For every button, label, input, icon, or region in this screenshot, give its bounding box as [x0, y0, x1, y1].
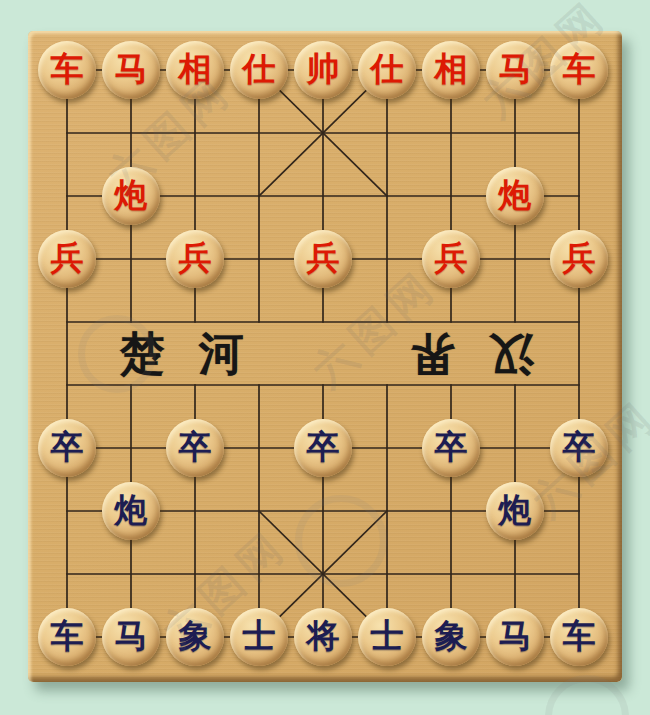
piece-red-soldier[interactable]: 兵	[550, 230, 608, 288]
piece-glyph: 马	[499, 620, 532, 653]
piece-glyph: 卒	[51, 431, 84, 464]
piece-glyph: 兵	[563, 242, 596, 275]
piece-glyph: 相	[179, 53, 212, 86]
piece-glyph: 卒	[435, 431, 468, 464]
piece-glyph: 士	[371, 620, 404, 653]
piece-black-soldier[interactable]: 卒	[38, 419, 96, 477]
piece-black-horse[interactable]: 马	[102, 608, 160, 666]
piece-red-horse[interactable]: 马	[486, 41, 544, 99]
xiangqi-board: 楚河 汉界 车马相仕帅仕相马车炮炮兵兵兵兵兵卒卒卒卒卒炮炮车马象士将士象马车	[28, 31, 622, 682]
piece-black-soldier[interactable]: 卒	[422, 419, 480, 477]
piece-black-soldier[interactable]: 卒	[166, 419, 224, 477]
piece-glyph: 马	[499, 53, 532, 86]
piece-black-advisor[interactable]: 士	[358, 608, 416, 666]
piece-black-advisor[interactable]: 士	[230, 608, 288, 666]
piece-glyph: 车	[563, 620, 596, 653]
piece-glyph: 象	[179, 620, 212, 653]
piece-glyph: 炮	[115, 494, 148, 527]
piece-black-soldier[interactable]: 卒	[294, 419, 352, 477]
piece-black-cannon[interactable]: 炮	[486, 482, 544, 540]
piece-red-soldier[interactable]: 兵	[38, 230, 96, 288]
piece-black-chariot[interactable]: 车	[550, 608, 608, 666]
piece-red-soldier[interactable]: 兵	[294, 230, 352, 288]
piece-glyph: 兵	[307, 242, 340, 275]
piece-red-cannon[interactable]: 炮	[102, 167, 160, 225]
piece-glyph: 仕	[243, 53, 276, 86]
piece-red-elephant[interactable]: 相	[422, 41, 480, 99]
piece-glyph: 兵	[435, 242, 468, 275]
piece-red-chariot[interactable]: 车	[550, 41, 608, 99]
piece-red-general[interactable]: 帅	[294, 41, 352, 99]
piece-glyph: 兵	[179, 242, 212, 275]
piece-black-soldier[interactable]: 卒	[550, 419, 608, 477]
piece-glyph: 车	[51, 53, 84, 86]
piece-black-elephant[interactable]: 象	[166, 608, 224, 666]
piece-red-chariot[interactable]: 车	[38, 41, 96, 99]
piece-black-chariot[interactable]: 车	[38, 608, 96, 666]
piece-glyph: 帅	[307, 53, 340, 86]
piece-red-elephant[interactable]: 相	[166, 41, 224, 99]
piece-glyph: 相	[435, 53, 468, 86]
piece-glyph: 卒	[307, 431, 340, 464]
piece-red-advisor[interactable]: 仕	[358, 41, 416, 99]
piece-black-horse[interactable]: 马	[486, 608, 544, 666]
piece-red-advisor[interactable]: 仕	[230, 41, 288, 99]
river-text-han-jie: 汉界	[384, 325, 534, 383]
piece-red-soldier[interactable]: 兵	[422, 230, 480, 288]
piece-glyph: 象	[435, 620, 468, 653]
piece-red-horse[interactable]: 马	[102, 41, 160, 99]
piece-glyph: 车	[563, 53, 596, 86]
piece-glyph: 炮	[499, 179, 532, 212]
piece-glyph: 马	[115, 620, 148, 653]
piece-glyph: 仕	[371, 53, 404, 86]
piece-black-cannon[interactable]: 炮	[102, 482, 160, 540]
piece-black-elephant[interactable]: 象	[422, 608, 480, 666]
piece-glyph: 卒	[563, 431, 596, 464]
piece-glyph: 炮	[499, 494, 532, 527]
piece-glyph: 卒	[179, 431, 212, 464]
piece-red-soldier[interactable]: 兵	[166, 230, 224, 288]
piece-black-general[interactable]: 将	[294, 608, 352, 666]
piece-glyph: 车	[51, 620, 84, 653]
piece-red-cannon[interactable]: 炮	[486, 167, 544, 225]
river-text-chu-he: 楚河	[120, 325, 278, 383]
piece-glyph: 炮	[115, 179, 148, 212]
piece-glyph: 将	[307, 620, 340, 653]
piece-glyph: 兵	[51, 242, 84, 275]
piece-glyph: 马	[115, 53, 148, 86]
piece-glyph: 士	[243, 620, 276, 653]
